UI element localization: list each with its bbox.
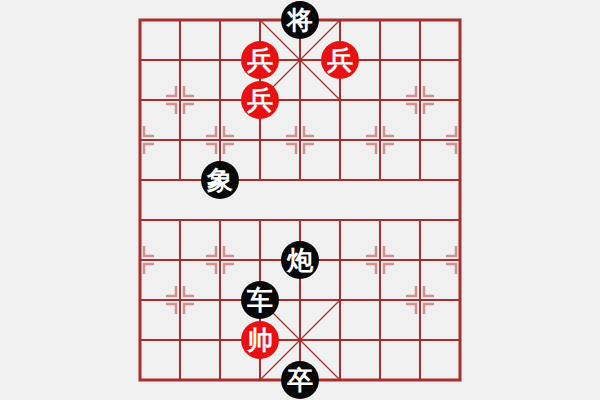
- piece-red-soldier-a[interactable]: 兵: [241, 41, 279, 79]
- piece-black-general[interactable]: 将: [281, 1, 319, 39]
- piece-black-soldier[interactable]: 卒: [281, 361, 319, 399]
- piece-red-soldier-b[interactable]: 兵: [321, 41, 359, 79]
- pieces-layer: 将兵兵兵象炮车帅卒: [0, 0, 600, 400]
- piece-black-chariot[interactable]: 车: [241, 281, 279, 319]
- piece-black-cannon[interactable]: 炮: [281, 241, 319, 279]
- xiangqi-board-stage: 将兵兵兵象炮车帅卒: [0, 0, 600, 400]
- piece-black-elephant[interactable]: 象: [201, 161, 239, 199]
- piece-red-soldier-c[interactable]: 兵: [241, 81, 279, 119]
- piece-red-general[interactable]: 帅: [241, 321, 279, 359]
